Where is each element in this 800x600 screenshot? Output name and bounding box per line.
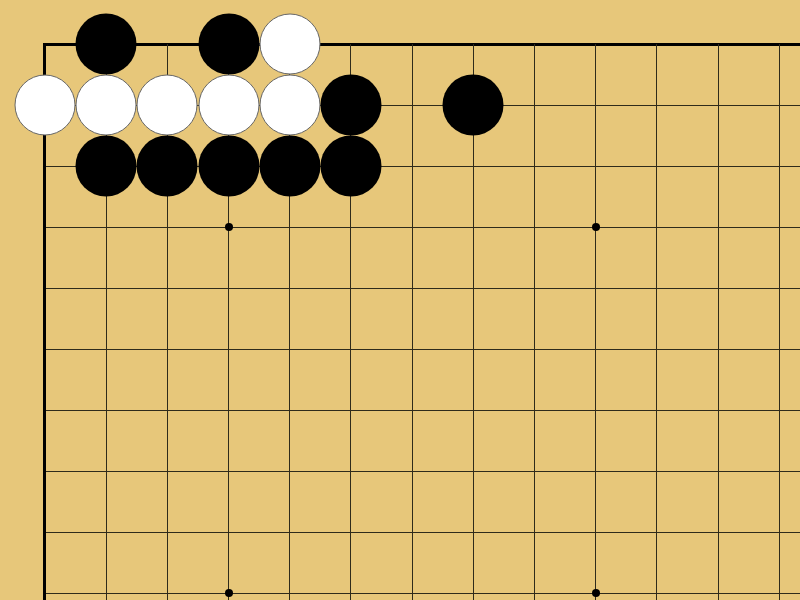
- intersection-4-1[interactable]: [198, 14, 259, 75]
- intersection-11-3[interactable]: [626, 136, 687, 197]
- intersection-10-7[interactable]: [565, 380, 626, 441]
- intersection-6-1[interactable]: [320, 14, 381, 75]
- hoshi-dot: [225, 589, 233, 597]
- intersection-10-9[interactable]: [565, 502, 626, 563]
- intersection-3-8[interactable]: [137, 441, 198, 502]
- hoshi-dot: [592, 589, 600, 597]
- intersection-3-9[interactable]: [137, 502, 198, 563]
- white-stone: [259, 14, 320, 75]
- intersection-6-3[interactable]: [320, 136, 381, 197]
- intersection-2-6[interactable]: [76, 319, 137, 380]
- intersection-7-3[interactable]: [382, 136, 443, 197]
- intersection-2-3[interactable]: [76, 136, 137, 197]
- intersection-2-2[interactable]: [76, 75, 137, 136]
- go-board: [0, 0, 800, 600]
- intersection-12-8[interactable]: [687, 441, 748, 502]
- intersection-12-7[interactable]: [687, 380, 748, 441]
- intersection-6-5[interactable]: [320, 258, 381, 319]
- intersection-13-5[interactable]: [749, 258, 800, 319]
- intersection-8-4[interactable]: [443, 197, 504, 258]
- intersection-3-2[interactable]: [137, 75, 198, 136]
- black-stone: [137, 136, 198, 197]
- intersection-1-5[interactable]: [14, 258, 75, 319]
- intersection-3-10[interactable]: [137, 563, 198, 600]
- intersection-12-9[interactable]: [687, 502, 748, 563]
- intersection-6-9[interactable]: [320, 502, 381, 563]
- intersection-4-7[interactable]: [198, 380, 259, 441]
- intersection-2-9[interactable]: [76, 502, 137, 563]
- intersection-10-2[interactable]: [565, 75, 626, 136]
- intersection-13-7[interactable]: [749, 380, 800, 441]
- intersection-5-7[interactable]: [259, 380, 320, 441]
- intersection-5-3[interactable]: [259, 136, 320, 197]
- intersection-3-6[interactable]: [137, 319, 198, 380]
- intersection-6-2[interactable]: [320, 75, 381, 136]
- intersection-8-2[interactable]: [443, 75, 504, 136]
- intersection-9-2[interactable]: [504, 75, 565, 136]
- intersection-13-1[interactable]: [749, 14, 800, 75]
- intersection-8-5[interactable]: [443, 258, 504, 319]
- intersection-5-2[interactable]: [259, 75, 320, 136]
- white-stone: [259, 75, 320, 136]
- intersection-5-10[interactable]: [259, 563, 320, 600]
- white-stone: [76, 75, 137, 136]
- intersection-12-1[interactable]: [687, 14, 748, 75]
- intersection-3-1[interactable]: [137, 14, 198, 75]
- intersection-3-7[interactable]: [137, 380, 198, 441]
- intersection-7-8[interactable]: [382, 441, 443, 502]
- intersection-8-9[interactable]: [443, 502, 504, 563]
- intersection-5-5[interactable]: [259, 258, 320, 319]
- intersection-11-8[interactable]: [626, 441, 687, 502]
- intersection-2-1[interactable]: [76, 14, 137, 75]
- intersection-11-2[interactable]: [626, 75, 687, 136]
- intersection-12-3[interactable]: [687, 136, 748, 197]
- intersection-9-3[interactable]: [504, 136, 565, 197]
- intersection-4-10[interactable]: [198, 563, 259, 600]
- intersection-12-4[interactable]: [687, 197, 748, 258]
- intersection-5-9[interactable]: [259, 502, 320, 563]
- black-stone: [259, 136, 320, 197]
- intersection-7-5[interactable]: [382, 258, 443, 319]
- intersection-8-3[interactable]: [443, 136, 504, 197]
- intersection-8-1[interactable]: [443, 14, 504, 75]
- intersection-13-4[interactable]: [749, 197, 800, 258]
- intersection-5-1[interactable]: [259, 14, 320, 75]
- intersection-11-6[interactable]: [626, 319, 687, 380]
- intersection-4-8[interactable]: [198, 441, 259, 502]
- intersection-6-8[interactable]: [320, 441, 381, 502]
- intersection-5-4[interactable]: [259, 197, 320, 258]
- intersection-9-6[interactable]: [504, 319, 565, 380]
- intersection-13-9[interactable]: [749, 502, 800, 563]
- board-grid: [14, 14, 800, 600]
- intersection-1-10[interactable]: [14, 563, 75, 600]
- intersection-4-9[interactable]: [198, 502, 259, 563]
- intersection-10-1[interactable]: [565, 14, 626, 75]
- intersection-4-5[interactable]: [198, 258, 259, 319]
- intersection-1-6[interactable]: [14, 319, 75, 380]
- intersection-10-5[interactable]: [565, 258, 626, 319]
- intersection-8-8[interactable]: [443, 441, 504, 502]
- intersection-11-9[interactable]: [626, 502, 687, 563]
- intersection-9-9[interactable]: [504, 502, 565, 563]
- intersection-7-7[interactable]: [382, 380, 443, 441]
- intersection-2-10[interactable]: [76, 563, 137, 600]
- intersection-10-10[interactable]: [565, 563, 626, 600]
- intersection-1-7[interactable]: [14, 380, 75, 441]
- intersection-1-8[interactable]: [14, 441, 75, 502]
- intersection-4-3[interactable]: [198, 136, 259, 197]
- intersection-2-8[interactable]: [76, 441, 137, 502]
- black-stone: [320, 75, 381, 136]
- intersection-9-1[interactable]: [504, 14, 565, 75]
- intersection-7-9[interactable]: [382, 502, 443, 563]
- intersection-10-6[interactable]: [565, 319, 626, 380]
- intersection-6-6[interactable]: [320, 319, 381, 380]
- intersection-7-6[interactable]: [382, 319, 443, 380]
- intersection-10-8[interactable]: [565, 441, 626, 502]
- intersection-13-10[interactable]: [749, 563, 800, 600]
- intersection-2-4[interactable]: [76, 197, 137, 258]
- intersection-6-7[interactable]: [320, 380, 381, 441]
- intersection-8-7[interactable]: [443, 380, 504, 441]
- hoshi-dot: [225, 223, 233, 231]
- intersection-11-4[interactable]: [626, 197, 687, 258]
- intersection-7-10[interactable]: [382, 563, 443, 600]
- intersection-2-5[interactable]: [76, 258, 137, 319]
- intersection-9-10[interactable]: [504, 563, 565, 600]
- intersection-9-4[interactable]: [504, 197, 565, 258]
- intersection-7-4[interactable]: [382, 197, 443, 258]
- black-stone: [76, 14, 137, 75]
- intersection-6-4[interactable]: [320, 197, 381, 258]
- intersection-9-5[interactable]: [504, 258, 565, 319]
- intersection-11-10[interactable]: [626, 563, 687, 600]
- intersection-9-8[interactable]: [504, 441, 565, 502]
- intersection-1-2[interactable]: [14, 75, 75, 136]
- intersection-3-5[interactable]: [137, 258, 198, 319]
- white-stone: [137, 75, 198, 136]
- intersection-12-10[interactable]: [687, 563, 748, 600]
- intersection-13-6[interactable]: [749, 319, 800, 380]
- intersection-3-3[interactable]: [137, 136, 198, 197]
- intersection-5-6[interactable]: [259, 319, 320, 380]
- black-stone: [320, 136, 381, 197]
- intersection-12-5[interactable]: [687, 258, 748, 319]
- black-stone: [443, 75, 504, 136]
- intersection-1-9[interactable]: [14, 502, 75, 563]
- intersection-9-7[interactable]: [504, 380, 565, 441]
- black-stone: [198, 14, 259, 75]
- intersection-12-6[interactable]: [687, 319, 748, 380]
- intersection-2-7[interactable]: [76, 380, 137, 441]
- intersection-1-4[interactable]: [14, 197, 75, 258]
- white-stone: [14, 75, 75, 136]
- white-stone: [198, 75, 259, 136]
- intersection-13-8[interactable]: [749, 441, 800, 502]
- intersection-8-10[interactable]: [443, 563, 504, 600]
- black-stone: [76, 136, 137, 197]
- hoshi-dot: [592, 223, 600, 231]
- intersection-4-2[interactable]: [198, 75, 259, 136]
- intersection-5-8[interactable]: [259, 441, 320, 502]
- intersection-11-5[interactable]: [626, 258, 687, 319]
- intersection-13-3[interactable]: [749, 136, 800, 197]
- intersection-11-1[interactable]: [626, 14, 687, 75]
- intersection-4-6[interactable]: [198, 319, 259, 380]
- black-stone: [198, 136, 259, 197]
- intersection-7-1[interactable]: [382, 14, 443, 75]
- intersection-1-3[interactable]: [14, 136, 75, 197]
- intersection-4-4[interactable]: [198, 197, 259, 258]
- intersection-10-3[interactable]: [565, 136, 626, 197]
- intersection-12-2[interactable]: [687, 75, 748, 136]
- intersection-3-4[interactable]: [137, 197, 198, 258]
- intersection-8-6[interactable]: [443, 319, 504, 380]
- intersection-10-4[interactable]: [565, 197, 626, 258]
- intersection-6-10[interactable]: [320, 563, 381, 600]
- intersection-11-7[interactable]: [626, 380, 687, 441]
- intersection-7-2[interactable]: [382, 75, 443, 136]
- intersection-1-1[interactable]: [14, 14, 75, 75]
- intersection-13-2[interactable]: [749, 75, 800, 136]
